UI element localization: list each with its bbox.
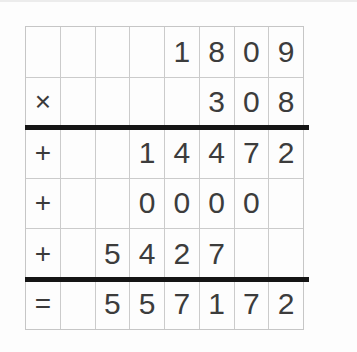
empty-cell-r0-c1 xyxy=(61,27,95,77)
digit-cell-r4-c5: 7 xyxy=(200,229,234,279)
plus-sign-cell-r4-c0: + xyxy=(26,229,60,279)
empty-cell-r4-c6 xyxy=(235,229,269,279)
result-separator-line xyxy=(25,277,309,282)
empty-cell-r1-c3 xyxy=(130,78,164,128)
digit-cell-r0-c7: 9 xyxy=(269,27,303,77)
digit-cell-r5-c2: 5 xyxy=(96,280,130,330)
digit-cell-r1-c7: 8 xyxy=(269,78,303,128)
empty-cell-r0-c3 xyxy=(130,27,164,77)
empty-cell-r4-c1 xyxy=(61,229,95,279)
empty-cell-r1-c2 xyxy=(96,78,130,128)
digit-cell-r2-c6: 7 xyxy=(235,128,269,178)
digit-cell-r3-c4: 0 xyxy=(165,179,199,229)
plus-sign-cell-r2-c0: + xyxy=(26,128,60,178)
digit-cell-r4-c4: 2 xyxy=(165,229,199,279)
digit-cell-r2-c3: 1 xyxy=(130,128,164,178)
digit-cell-r2-c4: 4 xyxy=(165,128,199,178)
empty-cell-r4-c7 xyxy=(269,229,303,279)
top-edge-divider xyxy=(0,0,357,2)
empty-cell-r1-c4 xyxy=(165,78,199,128)
digit-cell-r1-c6: 0 xyxy=(235,78,269,128)
digit-cell-r1-c5: 3 xyxy=(200,78,234,128)
empty-cell-r5-c1 xyxy=(61,280,95,330)
empty-cell-r3-c2 xyxy=(96,179,130,229)
digit-cell-r2-c5: 4 xyxy=(200,128,234,178)
digit-cell-r4-c2: 5 xyxy=(96,229,130,279)
digit-cell-r5-c3: 5 xyxy=(130,280,164,330)
digit-cell-r4-c3: 4 xyxy=(130,229,164,279)
empty-cell-r0-c0 xyxy=(26,27,60,77)
empty-cell-r3-c1 xyxy=(61,179,95,229)
multiply-sign-cell-r1-c0: × xyxy=(26,78,60,128)
digit-cell-r5-c7: 2 xyxy=(269,280,303,330)
digit-cell-r5-c4: 7 xyxy=(165,280,199,330)
digit-cell-r0-c5: 8 xyxy=(200,27,234,77)
digit-cell-r3-c3: 0 xyxy=(130,179,164,229)
empty-cell-r1-c1 xyxy=(61,78,95,128)
digit-cell-r3-c6: 0 xyxy=(235,179,269,229)
empty-cell-r0-c2 xyxy=(96,27,130,77)
digit-cell-r2-c7: 2 xyxy=(269,128,303,178)
digit-cell-r5-c5: 1 xyxy=(200,280,234,330)
plus-sign-cell-r3-c0: + xyxy=(26,179,60,229)
digit-cell-r5-c6: 7 xyxy=(235,280,269,330)
digit-cell-r0-c6: 0 xyxy=(235,27,269,77)
partial-products-separator-line xyxy=(25,125,309,130)
multiplication-grid: 1809×308+14472+0000+5427=557172 xyxy=(25,26,304,330)
page: 1809×308+14472+0000+5427=557172 xyxy=(0,0,357,352)
digit-cell-r0-c4: 1 xyxy=(165,27,199,77)
empty-cell-r2-c2 xyxy=(96,128,130,178)
equals-sign-cell-r5-c0: = xyxy=(26,280,60,330)
empty-cell-r2-c1 xyxy=(61,128,95,178)
empty-cell-r3-c7 xyxy=(269,179,303,229)
digit-cell-r3-c5: 0 xyxy=(200,179,234,229)
